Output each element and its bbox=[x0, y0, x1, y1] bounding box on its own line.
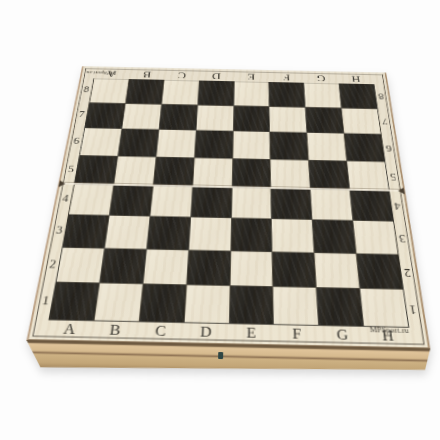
square-g2[interactable] bbox=[315, 253, 360, 288]
file-bottom-label-f: F bbox=[274, 327, 320, 342]
square-b3[interactable] bbox=[105, 216, 149, 249]
square-b6[interactable] bbox=[118, 129, 158, 156]
square-h1[interactable] bbox=[360, 289, 408, 327]
square-d8[interactable] bbox=[198, 81, 234, 105]
square-e4[interactable] bbox=[231, 188, 271, 219]
square-a7[interactable] bbox=[85, 103, 125, 129]
file-bottom-label-g: G bbox=[319, 328, 366, 343]
square-e6[interactable] bbox=[233, 132, 270, 159]
file-bottom-label-a: A bbox=[45, 322, 93, 337]
square-c6[interactable] bbox=[156, 130, 195, 157]
file-bottom-label-b: B bbox=[91, 323, 138, 338]
square-f1[interactable] bbox=[274, 287, 319, 325]
square-e3[interactable] bbox=[231, 218, 272, 251]
square-d1[interactable] bbox=[184, 285, 229, 323]
square-d7[interactable] bbox=[196, 105, 233, 131]
square-a1[interactable] bbox=[50, 283, 99, 320]
square-f8[interactable] bbox=[269, 82, 305, 106]
square-b8[interactable] bbox=[126, 79, 164, 103]
square-g7[interactable] bbox=[306, 107, 344, 133]
file-bottom-label-h: H bbox=[364, 328, 411, 343]
hinge-notch-right bbox=[398, 187, 405, 194]
square-e2[interactable] bbox=[230, 251, 272, 286]
square-a6[interactable] bbox=[80, 128, 121, 155]
square-g6[interactable] bbox=[307, 133, 346, 160]
square-b7[interactable] bbox=[122, 104, 161, 130]
square-a5[interactable] bbox=[75, 156, 118, 185]
square-a3[interactable] bbox=[63, 215, 109, 248]
square-f5[interactable] bbox=[271, 160, 310, 189]
product-photo-chess-board: ABCDEFGH ABCDEFGH 87654321 87654321 MPSp… bbox=[0, 0, 440, 440]
square-c7[interactable] bbox=[159, 104, 197, 130]
square-d3[interactable] bbox=[189, 218, 231, 251]
square-d5[interactable] bbox=[193, 158, 232, 187]
square-h5[interactable] bbox=[347, 161, 388, 190]
square-c2[interactable] bbox=[143, 249, 188, 284]
square-e7[interactable] bbox=[233, 106, 269, 132]
square-g3[interactable] bbox=[313, 220, 356, 253]
square-c4[interactable] bbox=[150, 186, 192, 217]
square-f2[interactable] bbox=[273, 252, 316, 287]
square-c5[interactable] bbox=[153, 157, 193, 186]
square-f3[interactable] bbox=[272, 219, 314, 252]
square-h4[interactable] bbox=[350, 190, 393, 221]
square-h8[interactable] bbox=[339, 84, 377, 108]
square-e5[interactable] bbox=[232, 159, 270, 188]
square-f4[interactable] bbox=[271, 188, 311, 219]
watermark-top-left: MPSport.ru bbox=[86, 70, 117, 75]
square-h6[interactable] bbox=[344, 134, 384, 161]
square-d2[interactable] bbox=[187, 250, 230, 285]
square-h2[interactable] bbox=[357, 254, 403, 289]
square-e1[interactable] bbox=[229, 286, 273, 324]
square-g5[interactable] bbox=[309, 160, 349, 189]
square-g1[interactable] bbox=[317, 288, 363, 326]
square-d6[interactable] bbox=[195, 131, 233, 158]
square-a8[interactable] bbox=[90, 79, 129, 103]
square-f6[interactable] bbox=[270, 132, 308, 159]
square-g8[interactable] bbox=[304, 83, 341, 107]
chess-board: ABCDEFGH ABCDEFGH 87654321 87654321 MPSp… bbox=[26, 66, 430, 349]
square-b5[interactable] bbox=[114, 156, 155, 185]
square-c3[interactable] bbox=[147, 217, 190, 250]
square-c1[interactable] bbox=[139, 284, 185, 322]
file-bottom-label-c: C bbox=[137, 324, 184, 339]
board-photo-tilt: ABCDEFGH ABCDEFGH 87654321 87654321 MPSp… bbox=[0, 0, 440, 440]
square-e8[interactable] bbox=[234, 82, 269, 106]
square-d4[interactable] bbox=[191, 187, 231, 218]
square-a4[interactable] bbox=[69, 184, 113, 215]
file-bottom-label-d: D bbox=[183, 325, 229, 340]
board-perspective: ABCDEFGH ABCDEFGH 87654321 87654321 MPSp… bbox=[26, 0, 438, 349]
square-h3[interactable] bbox=[353, 221, 397, 254]
clasp-pin bbox=[218, 352, 223, 359]
playing-area bbox=[48, 78, 409, 328]
square-b2[interactable] bbox=[100, 249, 146, 284]
square-g4[interactable] bbox=[311, 189, 353, 220]
square-b1[interactable] bbox=[94, 284, 142, 322]
square-b4[interactable] bbox=[110, 185, 153, 216]
hinge-notch-left bbox=[59, 180, 66, 187]
square-c8[interactable] bbox=[162, 80, 199, 104]
square-f7[interactable] bbox=[270, 107, 307, 133]
square-h7[interactable] bbox=[342, 108, 381, 134]
file-bottom-label-e: E bbox=[228, 326, 274, 341]
square-a2[interactable] bbox=[56, 248, 103, 283]
